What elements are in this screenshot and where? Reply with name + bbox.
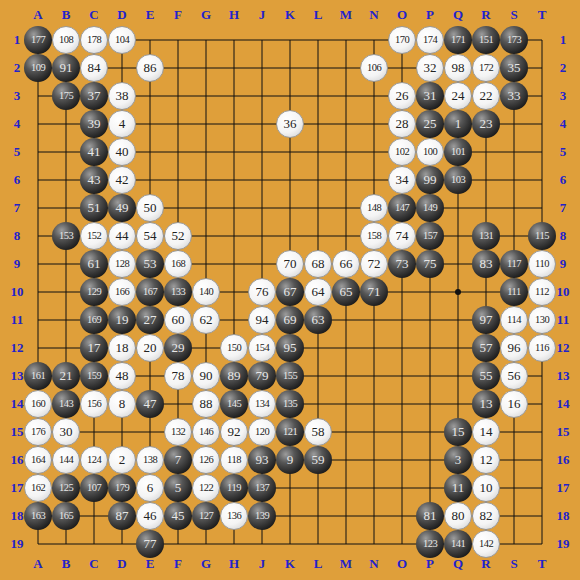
move-number: 104 xyxy=(109,27,135,52)
move-number: 36 xyxy=(277,111,303,136)
move-number: 75 xyxy=(416,250,444,277)
stone-white-96-s12: 96 xyxy=(500,334,528,362)
stone-white-46-e18: 46 xyxy=(136,502,164,530)
move-number: 123 xyxy=(416,530,444,557)
move-number: 114 xyxy=(501,307,527,332)
stone-white-174-p1: 174 xyxy=(416,26,444,54)
move-number: 63 xyxy=(304,306,332,333)
stone-black-139-j18: 139 xyxy=(248,502,276,530)
move-number: 84 xyxy=(81,55,107,80)
move-number: 40 xyxy=(109,139,135,164)
move-number: 178 xyxy=(81,27,107,52)
stone-white-162-a17: 162 xyxy=(24,474,52,502)
stone-white-54-e8: 54 xyxy=(136,222,164,250)
row-label-left-4: 4 xyxy=(5,117,29,131)
move-number: 108 xyxy=(53,27,79,52)
move-number: 25 xyxy=(416,110,444,137)
stone-black-17-c12: 17 xyxy=(80,334,108,362)
stone-white-64-l10: 64 xyxy=(304,278,332,306)
move-number: 158 xyxy=(361,223,387,248)
stone-white-84-c2: 84 xyxy=(80,54,108,82)
move-number: 56 xyxy=(501,363,527,388)
stone-black-133-f10: 133 xyxy=(164,278,192,306)
col-label-bottom-p: P xyxy=(418,557,442,571)
move-number: 131 xyxy=(472,222,500,249)
move-number: 100 xyxy=(417,139,443,164)
stone-white-42-d6: 42 xyxy=(108,166,136,194)
stone-black-55-r13: 55 xyxy=(472,362,500,390)
row-label-right-7: 7 xyxy=(551,201,575,215)
col-label-top-n: N xyxy=(362,8,386,22)
move-number: 50 xyxy=(137,195,163,220)
star-point-q10 xyxy=(455,289,461,295)
stone-black-93-j16: 93 xyxy=(248,446,276,474)
row-label-left-9: 9 xyxy=(5,257,29,271)
move-number: 135 xyxy=(276,390,304,417)
stone-white-38-d3: 38 xyxy=(108,82,136,110)
stone-black-155-k13: 155 xyxy=(276,362,304,390)
move-number: 72 xyxy=(361,251,387,276)
stone-white-168-f9: 168 xyxy=(164,250,192,278)
move-number: 138 xyxy=(137,447,163,472)
stone-black-151-r1: 151 xyxy=(472,26,500,54)
stone-black-95-k12: 95 xyxy=(276,334,304,362)
stone-white-132-f15: 132 xyxy=(164,418,192,446)
stone-white-142-r19: 142 xyxy=(472,530,500,558)
move-number: 137 xyxy=(248,474,276,501)
col-label-bottom-m: M xyxy=(334,557,358,571)
col-label-top-a: A xyxy=(26,8,50,22)
stone-black-119-h17: 119 xyxy=(220,474,248,502)
stone-white-102-o5: 102 xyxy=(388,138,416,166)
stone-white-136-h18: 136 xyxy=(220,502,248,530)
row-label-right-6: 6 xyxy=(551,173,575,187)
col-label-top-o: O xyxy=(390,8,414,22)
stone-white-18-d12: 18 xyxy=(108,334,136,362)
move-number: 87 xyxy=(108,502,136,529)
move-number: 146 xyxy=(193,419,219,444)
stone-black-121-k15: 121 xyxy=(276,418,304,446)
move-number: 168 xyxy=(165,251,191,276)
col-label-bottom-e: E xyxy=(138,557,162,571)
stone-white-126-g16: 126 xyxy=(192,446,220,474)
stone-black-9-k16: 9 xyxy=(276,446,304,474)
stone-black-11-q17: 11 xyxy=(444,474,472,502)
move-number: 88 xyxy=(193,391,219,416)
move-number: 3 xyxy=(444,446,472,473)
stone-white-16-s14: 16 xyxy=(500,390,528,418)
move-number: 155 xyxy=(276,362,304,389)
move-number: 18 xyxy=(109,335,135,360)
move-number: 161 xyxy=(24,362,52,389)
stone-black-175-b3: 175 xyxy=(52,82,80,110)
col-label-top-q: Q xyxy=(446,8,470,22)
stone-black-1-q4: 1 xyxy=(444,110,472,138)
stone-black-47-e14: 47 xyxy=(136,390,164,418)
move-number: 16 xyxy=(501,391,527,416)
stone-black-129-c10: 129 xyxy=(80,278,108,306)
move-number: 116 xyxy=(529,335,555,360)
stone-black-5-f17: 5 xyxy=(164,474,192,502)
stone-white-134-j14: 134 xyxy=(248,390,276,418)
move-number: 53 xyxy=(136,250,164,277)
move-number: 8 xyxy=(109,391,135,416)
move-number: 44 xyxy=(109,223,135,248)
row-label-right-16: 16 xyxy=(551,453,575,467)
move-number: 71 xyxy=(360,278,388,305)
stone-black-167-e10: 167 xyxy=(136,278,164,306)
col-label-bottom-c: C xyxy=(82,557,106,571)
move-number: 28 xyxy=(389,111,415,136)
stone-black-149-p7: 149 xyxy=(416,194,444,222)
move-number: 76 xyxy=(249,279,275,304)
move-number: 154 xyxy=(249,335,275,360)
col-label-bottom-l: L xyxy=(306,557,330,571)
stone-white-2-d16: 2 xyxy=(108,446,136,474)
move-number: 148 xyxy=(361,195,387,220)
move-number: 5 xyxy=(164,474,192,501)
col-label-top-j: J xyxy=(250,8,274,22)
move-number: 73 xyxy=(388,250,416,277)
stone-white-50-e7: 50 xyxy=(136,194,164,222)
col-label-bottom-q: Q xyxy=(446,557,470,571)
move-number: 34 xyxy=(389,167,415,192)
move-number: 64 xyxy=(305,279,331,304)
move-number: 128 xyxy=(109,251,135,276)
move-number: 103 xyxy=(444,166,472,193)
col-label-bottom-n: N xyxy=(362,557,386,571)
move-number: 124 xyxy=(81,447,107,472)
stone-white-76-j10: 76 xyxy=(248,278,276,306)
move-number: 13 xyxy=(472,390,500,417)
stone-white-176-a15: 176 xyxy=(24,418,52,446)
stone-white-12-r16: 12 xyxy=(472,446,500,474)
move-number: 17 xyxy=(80,334,108,361)
move-number: 15 xyxy=(444,418,472,445)
stone-black-143-b14: 143 xyxy=(52,390,80,418)
stone-black-29-f12: 29 xyxy=(164,334,192,362)
stone-white-14-r15: 14 xyxy=(472,418,500,446)
move-number: 20 xyxy=(137,335,163,360)
move-number: 62 xyxy=(193,307,219,332)
move-number: 174 xyxy=(417,27,443,52)
move-number: 156 xyxy=(81,391,107,416)
move-number: 9 xyxy=(276,446,304,473)
stone-white-52-f8: 52 xyxy=(164,222,192,250)
move-number: 170 xyxy=(389,27,415,52)
move-number: 159 xyxy=(80,362,108,389)
stone-black-165-b18: 165 xyxy=(52,502,80,530)
stone-white-74-o8: 74 xyxy=(388,222,416,250)
stone-white-92-h15: 92 xyxy=(220,418,248,446)
stone-black-125-b17: 125 xyxy=(52,474,80,502)
stone-white-128-d9: 128 xyxy=(108,250,136,278)
move-number: 86 xyxy=(137,55,163,80)
move-number: 120 xyxy=(249,419,275,444)
move-number: 70 xyxy=(277,251,303,276)
stone-black-69-k11: 69 xyxy=(276,306,304,334)
move-number: 176 xyxy=(25,419,51,444)
move-number: 30 xyxy=(53,419,79,444)
stone-white-32-p2: 32 xyxy=(416,54,444,82)
move-number: 93 xyxy=(248,446,276,473)
row-label-left-5: 5 xyxy=(5,145,29,159)
stone-white-24-q3: 24 xyxy=(444,82,472,110)
stone-white-70-k9: 70 xyxy=(276,250,304,278)
stone-black-33-s3: 33 xyxy=(500,82,528,110)
stone-black-49-d7: 49 xyxy=(108,194,136,222)
stone-black-89-h13: 89 xyxy=(220,362,248,390)
stone-white-122-g17: 122 xyxy=(192,474,220,502)
stone-white-40-d5: 40 xyxy=(108,138,136,166)
stone-black-157-p8: 157 xyxy=(416,222,444,250)
col-label-top-d: D xyxy=(110,8,134,22)
stone-black-39-c4: 39 xyxy=(80,110,108,138)
move-number: 19 xyxy=(108,306,136,333)
move-number: 106 xyxy=(361,55,387,80)
move-number: 107 xyxy=(80,474,108,501)
col-label-top-l: L xyxy=(306,8,330,22)
move-number: 140 xyxy=(193,279,219,304)
move-number: 68 xyxy=(305,251,331,276)
move-number: 109 xyxy=(24,54,52,81)
move-number: 126 xyxy=(193,447,219,472)
stone-black-145-h14: 145 xyxy=(220,390,248,418)
row-label-left-7: 7 xyxy=(5,201,29,215)
move-number: 136 xyxy=(221,503,247,528)
move-number: 164 xyxy=(25,447,51,472)
move-number: 99 xyxy=(416,166,444,193)
move-number: 118 xyxy=(221,447,247,472)
stone-black-43-c6: 43 xyxy=(80,166,108,194)
stone-black-63-l11: 63 xyxy=(304,306,332,334)
move-number: 172 xyxy=(473,55,499,80)
stone-black-179-d17: 179 xyxy=(108,474,136,502)
col-label-bottom-a: A xyxy=(26,557,50,571)
row-label-right-3: 3 xyxy=(551,89,575,103)
move-number: 66 xyxy=(333,251,359,276)
stone-black-25-p4: 25 xyxy=(416,110,444,138)
stone-white-80-q18: 80 xyxy=(444,502,472,530)
move-number: 23 xyxy=(472,110,500,137)
stone-white-140-g10: 140 xyxy=(192,278,220,306)
move-number: 27 xyxy=(136,306,164,333)
stone-white-156-c14: 156 xyxy=(80,390,108,418)
stone-white-78-f13: 78 xyxy=(164,362,192,390)
stone-black-41-c5: 41 xyxy=(80,138,108,166)
stone-black-97-r11: 97 xyxy=(472,306,500,334)
move-number: 177 xyxy=(24,26,52,53)
stone-black-83-r9: 83 xyxy=(472,250,500,278)
move-number: 179 xyxy=(108,474,136,501)
col-label-top-p: P xyxy=(418,8,442,22)
row-label-right-13: 13 xyxy=(551,369,575,383)
move-number: 7 xyxy=(164,446,192,473)
stone-black-163-a18: 163 xyxy=(24,502,52,530)
stone-black-73-o9: 73 xyxy=(388,250,416,278)
move-number: 43 xyxy=(80,166,108,193)
move-number: 1 xyxy=(444,110,472,137)
stone-white-172-r2: 172 xyxy=(472,54,500,82)
move-number: 96 xyxy=(501,335,527,360)
move-number: 21 xyxy=(52,362,80,389)
stone-white-6-e17: 6 xyxy=(136,474,164,502)
stone-black-91-b2: 91 xyxy=(52,54,80,82)
col-label-bottom-s: S xyxy=(502,557,526,571)
move-number: 119 xyxy=(220,474,248,501)
move-number: 51 xyxy=(80,194,108,221)
row-label-right-1: 1 xyxy=(551,33,575,47)
move-number: 69 xyxy=(276,306,304,333)
stone-black-71-n10: 71 xyxy=(360,278,388,306)
row-label-right-19: 19 xyxy=(551,537,575,551)
stone-black-161-a13: 161 xyxy=(24,362,52,390)
stone-black-27-e11: 27 xyxy=(136,306,164,334)
col-label-top-t: T xyxy=(530,8,554,22)
stone-white-154-j12: 154 xyxy=(248,334,276,362)
stone-white-120-j15: 120 xyxy=(248,418,276,446)
stone-black-169-c11: 169 xyxy=(80,306,108,334)
move-number: 35 xyxy=(500,54,528,81)
move-number: 89 xyxy=(220,362,248,389)
move-number: 45 xyxy=(164,502,192,529)
stone-black-159-c13: 159 xyxy=(80,362,108,390)
stone-black-13-r14: 13 xyxy=(472,390,500,418)
move-number: 144 xyxy=(53,447,79,472)
move-number: 125 xyxy=(52,474,80,501)
move-number: 147 xyxy=(388,194,416,221)
stone-black-51-c7: 51 xyxy=(80,194,108,222)
stone-black-115-t8: 115 xyxy=(528,222,556,250)
row-label-left-12: 12 xyxy=(5,341,29,355)
stone-white-150-h12: 150 xyxy=(220,334,248,362)
move-number: 175 xyxy=(52,82,80,109)
stone-black-153-b8: 153 xyxy=(52,222,80,250)
stone-white-130-t11: 130 xyxy=(528,306,556,334)
move-number: 82 xyxy=(473,503,499,528)
stone-white-62-g11: 62 xyxy=(192,306,220,334)
col-label-top-e: E xyxy=(138,8,162,22)
col-label-bottom-o: O xyxy=(390,557,414,571)
row-label-right-14: 14 xyxy=(551,397,575,411)
row-label-right-5: 5 xyxy=(551,145,575,159)
stone-black-35-s2: 35 xyxy=(500,54,528,82)
stone-black-15-q15: 15 xyxy=(444,418,472,446)
move-number: 83 xyxy=(472,250,500,277)
move-number: 48 xyxy=(109,363,135,388)
col-label-bottom-b: B xyxy=(54,557,78,571)
stone-black-67-k10: 67 xyxy=(276,278,304,306)
move-number: 55 xyxy=(472,362,500,389)
move-number: 52 xyxy=(165,223,191,248)
col-label-bottom-r: R xyxy=(474,557,498,571)
move-number: 10 xyxy=(473,475,499,500)
move-number: 22 xyxy=(473,83,499,108)
move-number: 149 xyxy=(416,194,444,221)
move-number: 112 xyxy=(529,279,555,304)
move-number: 33 xyxy=(500,82,528,109)
stone-white-104-d1: 104 xyxy=(108,26,136,54)
col-label-top-f: F xyxy=(166,8,190,22)
stone-white-116-t12: 116 xyxy=(528,334,556,362)
stone-black-21-b13: 21 xyxy=(52,362,80,390)
col-label-top-g: G xyxy=(194,8,218,22)
move-number: 150 xyxy=(221,335,247,360)
stone-white-118-h16: 118 xyxy=(220,446,248,474)
stone-white-48-d13: 48 xyxy=(108,362,136,390)
stone-white-146-g15: 146 xyxy=(192,418,220,446)
col-label-bottom-g: G xyxy=(194,557,218,571)
stone-white-88-g14: 88 xyxy=(192,390,220,418)
move-number: 121 xyxy=(276,418,304,445)
move-number: 37 xyxy=(80,82,108,109)
move-number: 42 xyxy=(109,167,135,192)
move-number: 163 xyxy=(24,502,52,529)
stone-white-36-k4: 36 xyxy=(276,110,304,138)
move-number: 90 xyxy=(193,363,219,388)
move-number: 39 xyxy=(80,110,108,137)
col-label-bottom-h: H xyxy=(222,557,246,571)
stone-white-112-t10: 112 xyxy=(528,278,556,306)
row-label-left-10: 10 xyxy=(5,285,29,299)
stone-black-177-a1: 177 xyxy=(24,26,52,54)
stone-white-56-s13: 56 xyxy=(500,362,528,390)
stone-black-81-p18: 81 xyxy=(416,502,444,530)
goban[interactable]: AABBCCDDEEFFGGHHJJKKLLMMNNOOPPQQRRSSTT11… xyxy=(0,0,580,580)
row-label-right-15: 15 xyxy=(551,425,575,439)
stone-black-101-q5: 101 xyxy=(444,138,472,166)
move-number: 78 xyxy=(165,363,191,388)
move-number: 4 xyxy=(109,111,135,136)
move-number: 12 xyxy=(473,447,499,472)
stone-white-94-j11: 94 xyxy=(248,306,276,334)
stone-white-44-d8: 44 xyxy=(108,222,136,250)
stone-black-57-r12: 57 xyxy=(472,334,500,362)
col-label-top-m: M xyxy=(334,8,358,22)
stone-white-82-r18: 82 xyxy=(472,502,500,530)
stone-black-123-p19: 123 xyxy=(416,530,444,558)
col-label-bottom-t: T xyxy=(530,557,554,571)
move-number: 49 xyxy=(108,194,136,221)
col-label-top-h: H xyxy=(222,8,246,22)
row-label-left-6: 6 xyxy=(5,173,29,187)
move-number: 32 xyxy=(417,55,443,80)
stone-white-28-o4: 28 xyxy=(388,110,416,138)
stone-white-58-l15: 58 xyxy=(304,418,332,446)
stone-white-26-o3: 26 xyxy=(388,82,416,110)
move-number: 41 xyxy=(80,138,108,165)
move-number: 102 xyxy=(389,139,415,164)
move-number: 92 xyxy=(221,419,247,444)
col-label-top-k: K xyxy=(278,8,302,22)
move-number: 94 xyxy=(249,307,275,332)
stone-black-141-q19: 141 xyxy=(444,530,472,558)
move-number: 47 xyxy=(136,390,164,417)
stone-black-127-g18: 127 xyxy=(192,502,220,530)
stone-black-117-s9: 117 xyxy=(500,250,528,278)
move-number: 80 xyxy=(445,503,471,528)
move-number: 139 xyxy=(248,502,276,529)
stone-white-34-o6: 34 xyxy=(388,166,416,194)
stone-white-66-m9: 66 xyxy=(332,250,360,278)
stone-white-100-p5: 100 xyxy=(416,138,444,166)
stone-white-160-a14: 160 xyxy=(24,390,52,418)
stone-black-87-d18: 87 xyxy=(108,502,136,530)
stone-black-45-f18: 45 xyxy=(164,502,192,530)
row-label-left-11: 11 xyxy=(5,313,29,327)
stone-black-109-a2: 109 xyxy=(24,54,52,82)
move-number: 110 xyxy=(529,251,555,276)
